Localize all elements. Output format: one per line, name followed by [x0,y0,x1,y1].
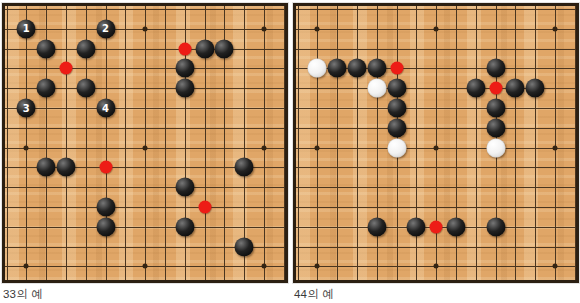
grid-line-horizontal [5,227,285,228]
grid-line-horizontal [296,187,576,188]
grid-line-horizontal [5,68,285,69]
black-stone [175,217,194,236]
star-point [315,26,320,31]
grid-line-vertical [106,6,107,280]
grid-line-horizontal [296,108,576,109]
grid-line-vertical [555,6,556,280]
black-stone [235,237,254,256]
numbered-black-stone-2: 2 [96,19,115,38]
red-dot-marker [178,42,191,55]
go-board-left: 1234 [2,3,288,283]
grid-line-vertical [125,6,126,280]
grid-line-horizontal [5,128,285,129]
star-point [552,145,557,150]
black-stone [56,158,75,177]
grid-line-vertical [456,6,457,280]
star-point [261,145,266,150]
black-stone [387,99,406,118]
black-stone [76,39,95,58]
red-dot-marker [198,201,211,214]
black-stone [215,39,234,58]
black-stone [387,118,406,137]
star-point [315,264,320,269]
red-dot-marker [489,82,502,95]
black-stone [96,198,115,217]
grid-line-horizontal [296,167,576,168]
right-board-caption: 44의 예 [294,287,579,302]
numbered-black-stone-3: 3 [17,99,36,118]
red-dot-marker [390,62,403,75]
grid-line-vertical [337,6,338,280]
grid-line-vertical [145,6,146,280]
grid-line-vertical [298,6,299,280]
grid-line-vertical [317,6,318,280]
grid-line-horizontal [296,247,576,248]
black-stone [486,59,505,78]
star-point [143,145,148,150]
black-stone [407,217,426,236]
grid-line-horizontal [5,187,285,188]
black-stone [37,79,56,98]
black-stone [37,158,56,177]
grid-line-vertical [416,6,417,280]
black-stone [175,59,194,78]
black-stone [466,79,485,98]
black-stone [76,79,95,98]
grid-line-vertical [7,6,8,280]
stone-number-label: 4 [102,103,109,113]
black-stone [328,59,347,78]
left-board-caption: 33의 예 [3,287,288,302]
star-point [143,26,148,31]
numbered-black-stone-1: 1 [17,19,36,38]
grid-line-vertical [575,6,576,280]
star-point [143,264,148,269]
grid-line-vertical [535,6,536,280]
grid-line-vertical [26,6,27,280]
grid-line-horizontal [5,207,285,208]
grid-line-vertical [436,6,437,280]
stone-number-label: 1 [23,24,30,34]
page: 1234 33의 예 44의 예 [0,0,580,303]
white-stone [486,138,505,157]
red-dot-marker [430,220,443,233]
white-stone [367,79,386,98]
black-stone [175,79,194,98]
grid-line-vertical [66,6,67,280]
black-stone [235,158,254,177]
black-stone [506,79,525,98]
black-stone [347,59,366,78]
stone-number-label: 3 [23,103,30,113]
star-point [434,26,439,31]
grid-line-vertical [284,6,285,280]
star-point [552,264,557,269]
black-stone [486,217,505,236]
star-point [552,26,557,31]
red-dot-marker [59,62,72,75]
grid-line-horizontal [5,9,285,10]
black-stone [367,59,386,78]
right-board-figure: 44의 예 [293,3,579,302]
grid-line-vertical [357,6,358,280]
grid-line-horizontal [296,207,576,208]
grid-line-horizontal [296,128,576,129]
numbered-black-stone-4: 4 [96,99,115,118]
black-stone [526,79,545,98]
grid-line-horizontal [296,9,576,10]
left-board-figure: 1234 33의 예 [2,3,288,302]
grid-line-vertical [476,6,477,280]
star-point [24,264,29,269]
grid-line-vertical [165,6,166,280]
white-stone [387,138,406,157]
red-dot-marker [99,161,112,174]
star-point [434,264,439,269]
grid-line-vertical [515,6,516,280]
black-stone [96,217,115,236]
black-stone [486,118,505,137]
star-point [261,26,266,31]
black-stone [175,178,194,197]
star-point [261,264,266,269]
black-stone [387,79,406,98]
black-stone [37,39,56,58]
grid-line-vertical [377,6,378,280]
grid-line-horizontal [296,49,576,50]
star-point [434,145,439,150]
black-stone [486,99,505,118]
star-point [315,145,320,150]
grid-line-horizontal [5,108,285,109]
white-stone [308,59,327,78]
stone-number-label: 2 [102,24,109,34]
star-point [24,145,29,150]
black-stone [367,217,386,236]
go-board-right [293,3,579,283]
black-stone [195,39,214,58]
grid-line-vertical [264,6,265,280]
black-stone [446,217,465,236]
